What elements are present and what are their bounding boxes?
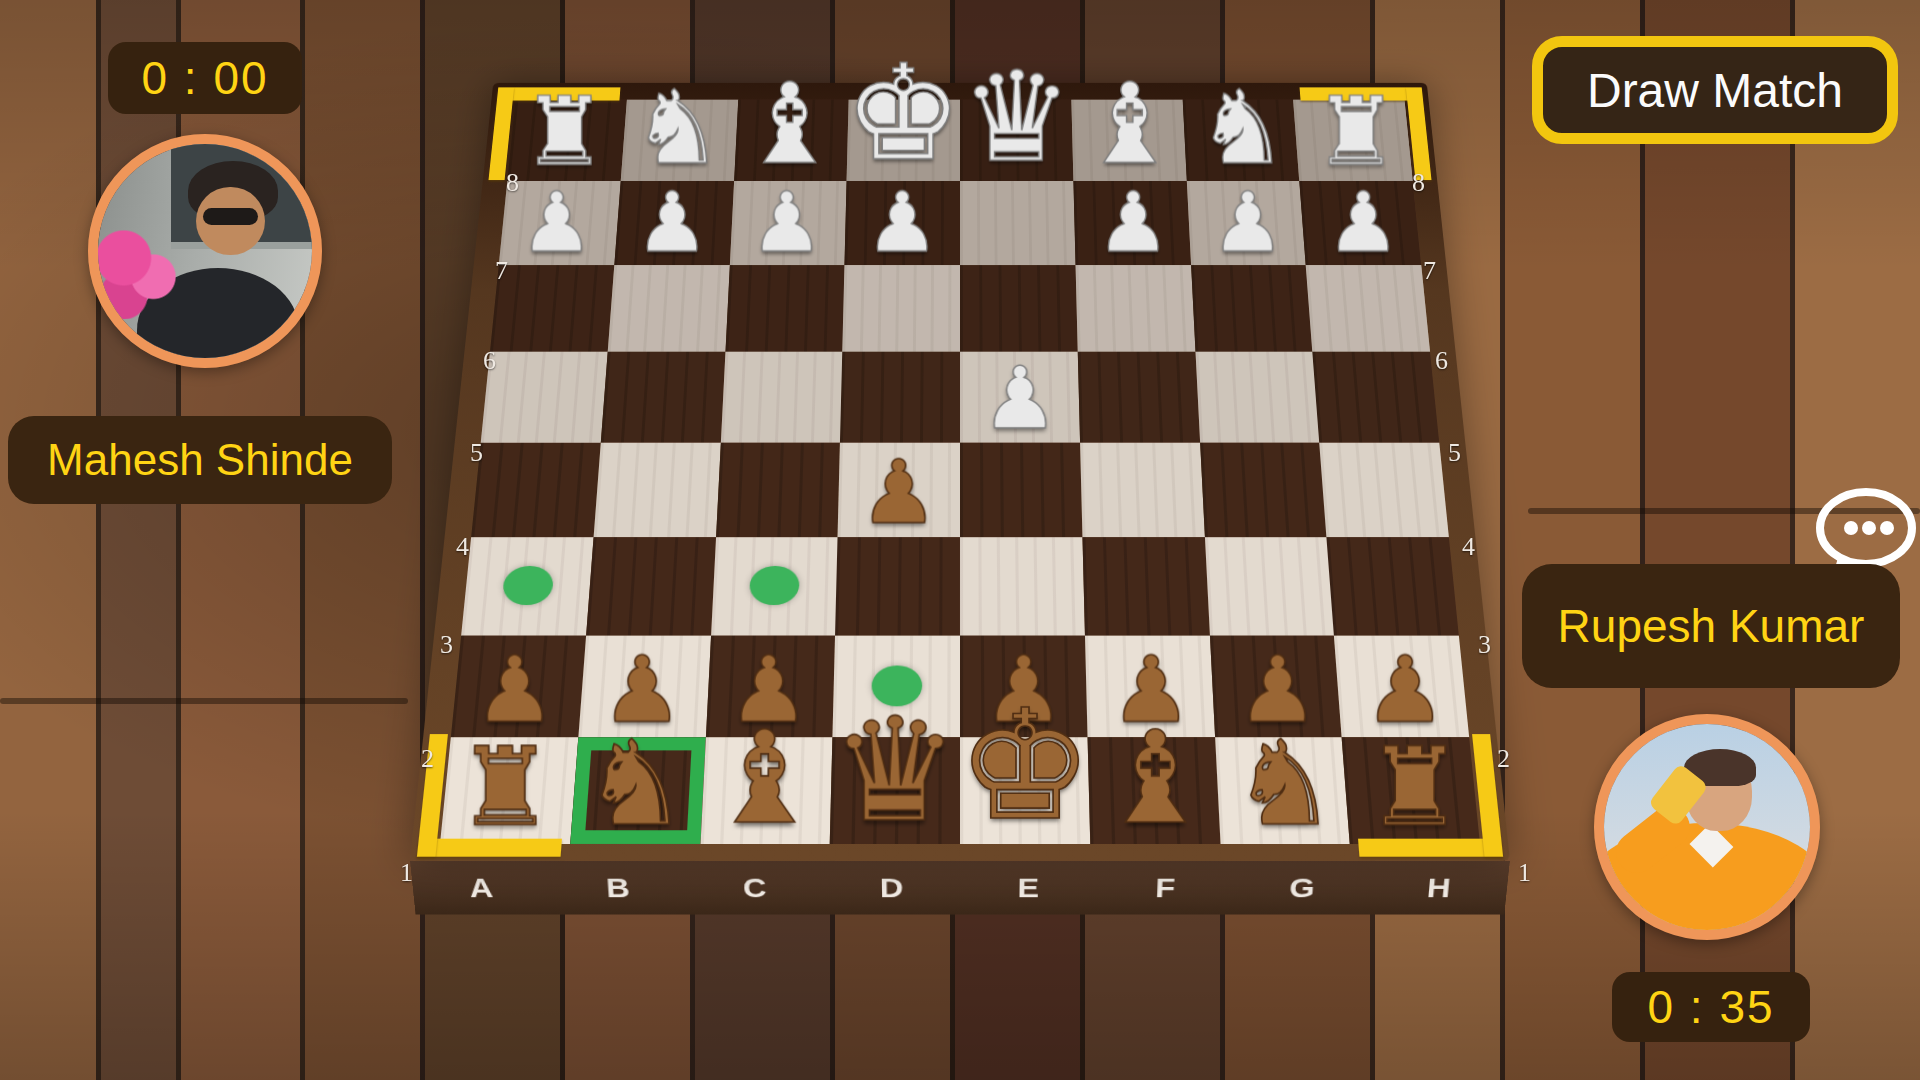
distance-shading — [1313, 352, 1440, 443]
distance-shading — [601, 352, 725, 443]
draw-match-button[interactable]: Draw Match — [1532, 36, 1898, 144]
opponent-name: Mahesh Shinde — [8, 416, 392, 504]
square-h5[interactable] — [1313, 352, 1440, 443]
square-b8[interactable]: ♞ — [621, 100, 738, 181]
piece-silver-pawn-f7[interactable]: ♟ — [1096, 180, 1170, 263]
square-d1[interactable]: ♛ — [830, 737, 960, 844]
square-h7[interactable]: ♟ — [1299, 181, 1421, 265]
square-e7[interactable] — [960, 181, 1075, 265]
file-letter-b: B — [547, 861, 687, 915]
rank-label-right-2: 2 — [1497, 744, 1510, 774]
square-a5[interactable] — [481, 352, 608, 443]
square-f3[interactable] — [1082, 537, 1209, 635]
distance-shading — [960, 181, 1075, 265]
rank-label-left-4: 4 — [456, 532, 469, 562]
distance-shading — [960, 265, 1078, 352]
distance-shading — [586, 537, 716, 635]
distance-shading — [842, 265, 960, 352]
square-h3[interactable] — [1327, 537, 1459, 635]
piece-silver-pawn-b7[interactable]: ♟ — [635, 180, 709, 263]
rank-label-left-2: 2 — [421, 744, 434, 774]
piece-wood-knight-g1[interactable]: ♞ — [1232, 725, 1337, 842]
piece-silver-pawn-d7[interactable]: ♟ — [865, 180, 939, 263]
distance-shading — [716, 443, 841, 537]
rank-label-left-5: 5 — [470, 438, 483, 468]
square-b4[interactable] — [593, 443, 720, 537]
rank-label-left-3: 3 — [440, 630, 453, 660]
board-squares: ♜♞♝♚♛♝♞♜♟♟♟♟♟♟♟♟♟♟♟♟♟♟♟♟♜♞♝♛♚♝♞♜ — [440, 100, 1480, 844]
distance-shading — [1080, 443, 1205, 537]
square-f5[interactable] — [1078, 352, 1200, 443]
distance-shading — [1078, 352, 1200, 443]
distance-shading — [1075, 265, 1195, 352]
square-h4[interactable] — [1319, 443, 1448, 537]
square-f6[interactable] — [1075, 265, 1195, 352]
move-hint-dot-c3[interactable] — [749, 566, 800, 605]
square-c3[interactable] — [711, 537, 838, 635]
piece-wood-rook-a1[interactable]: ♜ — [457, 733, 554, 842]
square-d3[interactable] — [835, 537, 960, 635]
piece-wood-bishop-c1[interactable]: ♝ — [708, 714, 823, 842]
distance-shading — [481, 352, 608, 443]
piece-silver-queen-e8[interactable]: ♛ — [961, 54, 1073, 179]
rank-label-right-3: 3 — [1478, 630, 1491, 660]
square-e8[interactable]: ♛ — [960, 100, 1073, 181]
piece-silver-knight-b8[interactable]: ♞ — [631, 77, 722, 179]
rank-label-right-5: 5 — [1448, 438, 1461, 468]
distance-shading — [960, 537, 1085, 635]
plank-seam — [0, 698, 408, 704]
square-d4[interactable]: ♟ — [838, 443, 960, 537]
file-letter-e: E — [960, 861, 1098, 915]
distance-shading — [1306, 265, 1430, 352]
piece-silver-rook-a8[interactable]: ♜ — [522, 85, 607, 179]
rank-label-right-7: 7 — [1423, 256, 1436, 286]
avatar-photo-flowers — [89, 225, 187, 319]
square-h6[interactable] — [1306, 265, 1430, 352]
square-f8[interactable]: ♝ — [1071, 100, 1186, 181]
distance-shading — [1319, 443, 1448, 537]
rank-label-left-1: 1 — [400, 858, 413, 888]
file-letter-c: C — [685, 861, 824, 915]
player-name: Rupesh Kumar — [1522, 564, 1900, 688]
distance-shading — [1191, 265, 1313, 352]
distance-shading — [1195, 352, 1319, 443]
player-timer: 0 : 35 — [1612, 972, 1810, 1042]
distance-shading — [1082, 537, 1209, 635]
avatar-photo-sunglasses — [203, 208, 259, 225]
square-a6[interactable] — [490, 265, 614, 352]
piece-wood-knight-b1[interactable]: ♞ — [583, 725, 688, 842]
distance-shading — [1200, 443, 1327, 537]
distance-shading — [725, 265, 845, 352]
piece-silver-bishop-c8[interactable]: ♝ — [740, 68, 840, 179]
square-g1[interactable]: ♞ — [1215, 737, 1350, 844]
square-g6[interactable] — [1191, 265, 1313, 352]
piece-wood-bishop-f1[interactable]: ♝ — [1098, 714, 1213, 842]
chess-board: ♜♞♝♚♛♝♞♜♟♟♟♟♟♟♟♟♟♟♟♟♟♟♟♟♜♞♝♛♚♝♞♜ ABCDEFG… — [410, 83, 1510, 861]
square-e5[interactable]: ♟ — [960, 352, 1080, 443]
file-letter-h: H — [1368, 861, 1510, 915]
piece-wood-pawn-d4[interactable]: ♟ — [860, 447, 939, 535]
square-c6[interactable] — [725, 265, 845, 352]
rank-label-right-1: 1 — [1518, 858, 1531, 888]
square-g7[interactable]: ♟ — [1186, 181, 1306, 265]
square-g5[interactable] — [1195, 352, 1319, 443]
player-avatar — [1594, 714, 1820, 940]
square-c8[interactable]: ♝ — [734, 100, 849, 181]
square-a2[interactable]: ♟ — [451, 635, 586, 737]
square-g8[interactable]: ♞ — [1182, 100, 1299, 181]
distance-shading — [720, 352, 842, 443]
distance-shading — [490, 265, 614, 352]
rank-label-left-6: 6 — [483, 346, 496, 376]
file-letter-g: G — [1232, 861, 1372, 915]
file-letter-d: D — [822, 861, 960, 915]
piece-wood-rook-h1[interactable]: ♜ — [1366, 733, 1463, 842]
square-b7[interactable]: ♟ — [614, 181, 734, 265]
square-c1[interactable]: ♝ — [700, 737, 833, 844]
file-letter-a: A — [410, 861, 552, 915]
piece-silver-bishop-f8[interactable]: ♝ — [1080, 68, 1180, 179]
square-h1[interactable]: ♜ — [1342, 737, 1480, 844]
square-e4[interactable] — [960, 443, 1082, 537]
distance-shading — [1327, 537, 1459, 635]
piece-silver-king-d8[interactable]: ♚ — [844, 47, 963, 179]
square-f4[interactable] — [1080, 443, 1205, 537]
square-d7[interactable]: ♟ — [845, 181, 960, 265]
piece-silver-pawn-h7[interactable]: ♟ — [1326, 180, 1400, 263]
square-a4[interactable] — [471, 443, 600, 537]
piece-silver-pawn-a7[interactable]: ♟ — [519, 180, 593, 263]
square-h8[interactable]: ♜ — [1293, 100, 1412, 181]
opponent-timer: 0 : 00 — [108, 42, 302, 114]
file-letter-f: F — [1096, 861, 1235, 915]
distance-shading — [1204, 537, 1334, 635]
piece-wood-king-e1[interactable]: ♚ — [957, 690, 1093, 842]
piece-silver-pawn-e5[interactable]: ♟ — [981, 355, 1058, 441]
square-b5[interactable] — [601, 352, 725, 443]
distance-shading — [840, 352, 960, 443]
piece-wood-queen-d1[interactable]: ♛ — [831, 699, 959, 842]
square-d5[interactable] — [840, 352, 960, 443]
distance-shading — [471, 443, 600, 537]
square-b1[interactable]: ♞ — [570, 737, 705, 844]
piece-silver-knight-g8[interactable]: ♞ — [1197, 77, 1288, 179]
rank-label-right-6: 6 — [1435, 346, 1448, 376]
piece-wood-pawn-a2[interactable]: ♟ — [474, 644, 556, 735]
square-d6[interactable] — [842, 265, 960, 352]
rank-label-right-4: 4 — [1462, 532, 1475, 562]
rank-label-left-7: 7 — [495, 256, 508, 286]
rank-label-left-8: 8 — [506, 168, 519, 198]
square-f7[interactable]: ♟ — [1073, 181, 1190, 265]
opponent-avatar — [88, 134, 322, 368]
distance-shading — [960, 443, 1082, 537]
square-f1[interactable]: ♝ — [1087, 737, 1220, 844]
square-a3[interactable] — [461, 537, 593, 635]
square-g4[interactable] — [1200, 443, 1327, 537]
square-e6[interactable] — [960, 265, 1078, 352]
square-e3[interactable] — [960, 537, 1085, 635]
distance-shading — [835, 537, 960, 635]
piece-silver-pawn-g7[interactable]: ♟ — [1211, 180, 1285, 263]
square-g3[interactable] — [1204, 537, 1334, 635]
board-scene: ♜♞♝♚♛♝♞♜♟♟♟♟♟♟♟♟♟♟♟♟♟♟♟♟♜♞♝♛♚♝♞♜ ABCDEFG… — [455, 10, 1465, 870]
file-letters: ABCDEFGH — [410, 861, 1510, 915]
piece-silver-pawn-c7[interactable]: ♟ — [750, 180, 824, 263]
square-b6[interactable] — [607, 265, 729, 352]
move-hint-dot-a3[interactable] — [501, 566, 554, 605]
square-e1[interactable]: ♚ — [960, 737, 1090, 844]
distance-shading — [593, 443, 720, 537]
square-c5[interactable] — [720, 352, 842, 443]
square-a8[interactable]: ♜ — [507, 100, 626, 181]
square-c7[interactable]: ♟ — [729, 181, 846, 265]
square-c4[interactable] — [716, 443, 841, 537]
rank-label-right-8: 8 — [1412, 168, 1425, 198]
square-d8[interactable]: ♚ — [847, 100, 960, 181]
square-a1[interactable]: ♜ — [440, 737, 578, 844]
piece-wood-pawn-h2[interactable]: ♟ — [1364, 644, 1446, 735]
square-b3[interactable] — [586, 537, 716, 635]
distance-shading — [607, 265, 729, 352]
piece-silver-rook-h8[interactable]: ♜ — [1314, 85, 1399, 179]
square-h2[interactable]: ♟ — [1334, 635, 1469, 737]
